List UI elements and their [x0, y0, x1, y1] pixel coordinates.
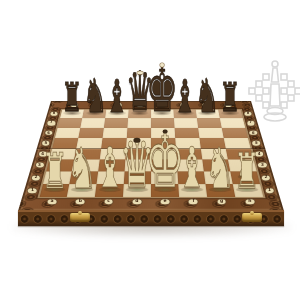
pieces-layer: ♜♞♝♛♚♝♞♜♟♜♞♝♛♚♝♞♜ — [0, 0, 300, 300]
white-knight: ♞ — [205, 140, 235, 197]
black-knight: ♞ — [82, 72, 107, 119]
white-knight: ♞ — [67, 140, 97, 197]
black-bishop: ♝ — [173, 73, 197, 119]
black-rook: ♜ — [219, 78, 240, 118]
black-rook: ♜ — [61, 78, 82, 118]
white-bishop: ♝ — [178, 141, 207, 197]
white-rook: ♜ — [42, 147, 68, 196]
black-queen-finial — [137, 71, 143, 75]
white-rook: ♜ — [234, 147, 260, 196]
white-king-finial — [162, 129, 167, 134]
black-king-finial — [160, 64, 164, 68]
black-knight: ♞ — [195, 72, 220, 119]
chess-set-photo: aabbccddeeffgghh1122334455667788 ♜♞♝♛♚♝♞… — [0, 0, 300, 300]
